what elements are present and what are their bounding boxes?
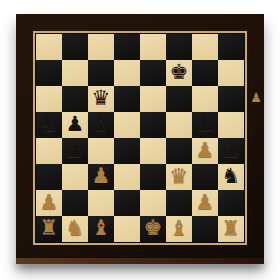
piece-white-knight-b1: ♞ <box>66 218 85 239</box>
square-d2[interactable] <box>114 190 140 216</box>
square-d6[interactable] <box>114 86 140 112</box>
piece-black-king-f7: ♚ <box>170 62 189 83</box>
captured-white-pawn: ♟ <box>250 92 262 104</box>
square-g8[interactable] <box>192 34 218 60</box>
captured-black-pawn: ♟ <box>18 132 30 144</box>
square-f6[interactable] <box>166 86 192 112</box>
square-e8[interactable] <box>140 34 166 60</box>
square-b8[interactable] <box>62 34 88 60</box>
piece-black-knight-h3: ♞ <box>222 166 241 187</box>
square-e1[interactable]: ♚ <box>140 216 166 242</box>
square-b1[interactable]: ♞ <box>62 216 88 242</box>
piece-white-bishop-c1: ♝ <box>92 218 111 239</box>
square-h7[interactable] <box>218 60 244 86</box>
square-f3[interactable]: ♛ <box>166 164 192 190</box>
square-d8[interactable] <box>114 34 140 60</box>
square-e5[interactable] <box>140 112 166 138</box>
square-e7[interactable] <box>140 60 166 86</box>
square-h2[interactable] <box>218 190 244 216</box>
chess-photo-recreation: ♚♛♞♟♝♟♟♟♟♟♛♞♟♟♜♞♝♚♝♜ ♟♜♝♟ ♟ <box>0 0 280 280</box>
square-g5[interactable]: ♟ <box>192 112 218 138</box>
piece-black-pawn-b5: ♟ <box>66 114 85 135</box>
square-f5[interactable] <box>166 112 192 138</box>
square-c4[interactable] <box>88 138 114 164</box>
square-f7[interactable]: ♚ <box>166 60 192 86</box>
square-g7[interactable] <box>192 60 218 86</box>
square-d3[interactable] <box>114 164 140 190</box>
square-a2[interactable]: ♟ <box>36 190 62 216</box>
piece-white-rook-a1: ♜ <box>40 218 59 239</box>
square-c2[interactable] <box>88 190 114 216</box>
square-g1[interactable] <box>192 216 218 242</box>
square-h8[interactable] <box>218 34 244 60</box>
square-d4[interactable] <box>114 138 140 164</box>
piece-black-pawn-h4: ♟ <box>222 140 241 161</box>
square-c1[interactable]: ♝ <box>88 216 114 242</box>
square-a1[interactable]: ♜ <box>36 216 62 242</box>
square-b7[interactable] <box>62 60 88 86</box>
square-f4[interactable] <box>166 138 192 164</box>
square-e3[interactable] <box>140 164 166 190</box>
board-side-edge <box>16 258 264 264</box>
square-a8[interactable] <box>36 34 62 60</box>
square-e4[interactable] <box>140 138 166 164</box>
piece-white-pawn-c3: ♟ <box>92 166 111 187</box>
board-inner-trim: ♚♛♞♟♝♟♟♟♟♟♛♞♟♟♜♞♝♚♝♜ <box>33 31 247 245</box>
square-g6[interactable] <box>192 86 218 112</box>
square-b4[interactable]: ♟ <box>62 138 88 164</box>
square-f1[interactable]: ♝ <box>166 216 192 242</box>
square-h1[interactable]: ♜ <box>218 216 244 242</box>
square-h6[interactable] <box>218 86 244 112</box>
piece-white-pawn-a2: ♟ <box>40 192 59 213</box>
square-c3[interactable]: ♟ <box>88 164 114 190</box>
square-h4[interactable]: ♟ <box>218 138 244 164</box>
square-e2[interactable] <box>140 190 166 216</box>
chess-board: ♚♛♞♟♝♟♟♟♟♟♛♞♟♟♜♞♝♚♝♜ <box>35 33 245 243</box>
square-b6[interactable] <box>62 86 88 112</box>
square-b5[interactable]: ♟ <box>62 112 88 138</box>
square-a4[interactable] <box>36 138 62 164</box>
square-d7[interactable] <box>114 60 140 86</box>
square-a5[interactable]: ♞ <box>36 112 62 138</box>
square-a7[interactable] <box>36 60 62 86</box>
piece-white-rook-h1: ♜ <box>222 218 241 239</box>
square-g4[interactable]: ♟ <box>192 138 218 164</box>
square-f2[interactable] <box>166 190 192 216</box>
captured-pieces-left-frame: ♟♜♝♟ <box>18 96 30 144</box>
square-c5[interactable]: ♝ <box>88 112 114 138</box>
captured-pieces-right-frame: ♟ <box>250 92 262 104</box>
square-e6[interactable] <box>140 86 166 112</box>
piece-black-knight-a5: ♞ <box>40 114 59 135</box>
square-a6[interactable] <box>36 86 62 112</box>
square-h5[interactable] <box>218 112 244 138</box>
square-h3[interactable]: ♞ <box>218 164 244 190</box>
piece-black-pawn-g5: ♟ <box>196 114 215 135</box>
square-g2[interactable]: ♟ <box>192 190 218 216</box>
piece-black-pawn-b4: ♟ <box>66 140 85 161</box>
piece-white-queen-f3: ♛ <box>170 166 189 187</box>
square-f8[interactable] <box>166 34 192 60</box>
piece-white-king-e1: ♚ <box>144 218 163 239</box>
piece-white-pawn-g2: ♟ <box>196 192 215 213</box>
board-frame: ♚♛♞♟♝♟♟♟♟♟♛♞♟♟♜♞♝♚♝♜ <box>16 14 264 262</box>
square-g3[interactable] <box>192 164 218 190</box>
square-c6[interactable]: ♛ <box>88 86 114 112</box>
square-b2[interactable] <box>62 190 88 216</box>
piece-white-bishop-f1: ♝ <box>170 218 189 239</box>
square-d1[interactable] <box>114 216 140 242</box>
square-c8[interactable] <box>88 34 114 60</box>
square-c7[interactable] <box>88 60 114 86</box>
square-a3[interactable] <box>36 164 62 190</box>
square-d5[interactable] <box>114 112 140 138</box>
piece-black-queen-c6: ♛ <box>92 88 111 109</box>
square-b3[interactable] <box>62 164 88 190</box>
piece-black-bishop-c5: ♝ <box>92 114 111 135</box>
piece-white-pawn-g4: ♟ <box>196 140 215 161</box>
